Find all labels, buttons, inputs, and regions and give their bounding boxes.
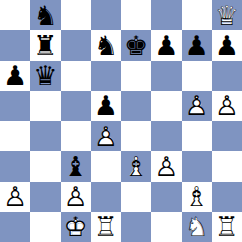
square-d2[interactable] [91, 182, 121, 212]
square-a7[interactable] [0, 30, 30, 60]
white-piece-outline-glyph: ♘ [182, 212, 212, 242]
chess-board: ♞♛♕♜♞♚♟♟♟♟♛♟♟♙♟♙♟♙♝♝♗♟♙♟♙♟♙♝♗♚♔♜♖♞♘♜♖ [0, 0, 242, 242]
square-a5[interactable] [0, 91, 30, 121]
square-c7[interactable] [61, 30, 91, 60]
piece-white-pawn[interactable]: ♟♙ [212, 91, 242, 121]
white-piece-outline-glyph: ♖ [91, 212, 121, 242]
square-e8[interactable] [121, 0, 151, 30]
black-piece-glyph: ♛ [30, 61, 60, 91]
square-b8[interactable]: ♞ [30, 0, 60, 30]
square-a4[interactable] [0, 121, 30, 151]
square-c4[interactable] [61, 121, 91, 151]
square-h6[interactable] [212, 61, 242, 91]
white-piece-outline-glyph: ♖ [212, 212, 242, 242]
square-f7[interactable]: ♟ [151, 30, 181, 60]
white-piece-outline-glyph: ♙ [0, 182, 30, 212]
black-piece-glyph: ♟ [91, 91, 121, 121]
piece-white-queen[interactable]: ♛♕ [212, 0, 242, 30]
piece-white-pawn[interactable]: ♟♙ [182, 91, 212, 121]
square-h5[interactable]: ♟♙ [212, 91, 242, 121]
white-piece-outline-glyph: ♙ [151, 151, 181, 181]
square-g4[interactable] [182, 121, 212, 151]
square-d3[interactable] [91, 151, 121, 181]
piece-white-rook[interactable]: ♜♖ [212, 212, 242, 242]
black-piece-glyph: ♚ [121, 30, 151, 60]
piece-black-king[interactable]: ♚ [121, 30, 151, 60]
square-g2[interactable]: ♝♗ [182, 182, 212, 212]
square-c5[interactable] [61, 91, 91, 121]
square-g8[interactable] [182, 0, 212, 30]
white-piece-outline-glyph: ♗ [121, 151, 151, 181]
square-d6[interactable] [91, 61, 121, 91]
square-c6[interactable] [61, 61, 91, 91]
piece-white-king[interactable]: ♚♔ [61, 212, 91, 242]
square-f8[interactable] [151, 0, 181, 30]
piece-white-pawn[interactable]: ♟♙ [91, 121, 121, 151]
square-d8[interactable] [91, 0, 121, 30]
piece-white-bishop[interactable]: ♝♗ [121, 151, 151, 181]
piece-black-queen[interactable]: ♛ [30, 61, 60, 91]
square-f1[interactable] [151, 212, 181, 242]
square-b1[interactable] [30, 212, 60, 242]
piece-black-knight[interactable]: ♞ [91, 30, 121, 60]
square-b7[interactable]: ♜ [30, 30, 60, 60]
white-piece-outline-glyph: ♔ [61, 212, 91, 242]
piece-white-pawn[interactable]: ♟♙ [61, 182, 91, 212]
square-h1[interactable]: ♜♖ [212, 212, 242, 242]
square-c8[interactable] [61, 0, 91, 30]
square-a3[interactable] [0, 151, 30, 181]
black-piece-glyph: ♟ [182, 30, 212, 60]
square-d4[interactable]: ♟♙ [91, 121, 121, 151]
piece-black-pawn[interactable]: ♟ [212, 30, 242, 60]
piece-black-pawn[interactable]: ♟ [91, 91, 121, 121]
square-d5[interactable]: ♟ [91, 91, 121, 121]
square-g1[interactable]: ♞♘ [182, 212, 212, 242]
black-piece-glyph: ♞ [30, 0, 60, 30]
square-c1[interactable]: ♚♔ [61, 212, 91, 242]
piece-white-pawn[interactable]: ♟♙ [0, 182, 30, 212]
white-piece-outline-glyph: ♕ [212, 0, 242, 30]
white-piece-outline-glyph: ♙ [91, 121, 121, 151]
square-g3[interactable] [182, 151, 212, 181]
square-d7[interactable]: ♞ [91, 30, 121, 60]
white-piece-outline-glyph: ♙ [61, 182, 91, 212]
square-e5[interactable] [121, 91, 151, 121]
white-piece-outline-glyph: ♗ [182, 182, 212, 212]
piece-black-knight[interactable]: ♞ [30, 0, 60, 30]
square-f4[interactable] [151, 121, 181, 151]
square-e6[interactable] [121, 61, 151, 91]
square-f2[interactable] [151, 182, 181, 212]
square-g6[interactable] [182, 61, 212, 91]
square-h7[interactable]: ♟ [212, 30, 242, 60]
square-e1[interactable] [121, 212, 151, 242]
square-g7[interactable]: ♟ [182, 30, 212, 60]
square-b6[interactable]: ♛ [30, 61, 60, 91]
square-e4[interactable] [121, 121, 151, 151]
black-piece-glyph: ♞ [91, 30, 121, 60]
piece-black-rook[interactable]: ♜ [30, 30, 60, 60]
square-h8[interactable]: ♛♕ [212, 0, 242, 30]
black-piece-glyph: ♟ [0, 61, 30, 91]
piece-white-pawn[interactable]: ♟♙ [151, 151, 181, 181]
square-a2[interactable]: ♟♙ [0, 182, 30, 212]
square-b2[interactable] [30, 182, 60, 212]
black-piece-glyph: ♟ [151, 30, 181, 60]
piece-black-pawn[interactable]: ♟ [151, 30, 181, 60]
piece-white-knight[interactable]: ♞♘ [182, 212, 212, 242]
square-f3[interactable]: ♟♙ [151, 151, 181, 181]
white-piece-outline-glyph: ♙ [212, 91, 242, 121]
square-b4[interactable] [30, 121, 60, 151]
square-f6[interactable] [151, 61, 181, 91]
square-d1[interactable]: ♜♖ [91, 212, 121, 242]
square-a1[interactable] [0, 212, 30, 242]
square-f5[interactable] [151, 91, 181, 121]
square-h3[interactable] [212, 151, 242, 181]
square-c2[interactable]: ♟♙ [61, 182, 91, 212]
square-a6[interactable]: ♟ [0, 61, 30, 91]
square-g5[interactable]: ♟♙ [182, 91, 212, 121]
piece-white-bishop[interactable]: ♝♗ [182, 182, 212, 212]
square-c3[interactable]: ♝ [61, 151, 91, 181]
piece-black-pawn[interactable]: ♟ [182, 30, 212, 60]
square-b3[interactable] [30, 151, 60, 181]
square-a8[interactable] [0, 0, 30, 30]
piece-white-rook[interactable]: ♜♖ [91, 212, 121, 242]
white-piece-outline-glyph: ♙ [182, 91, 212, 121]
square-h4[interactable] [212, 121, 242, 151]
square-e3[interactable]: ♝♗ [121, 151, 151, 181]
piece-black-pawn[interactable]: ♟ [0, 61, 30, 91]
black-piece-glyph: ♜ [30, 30, 60, 60]
black-piece-glyph: ♝ [61, 151, 91, 181]
black-piece-glyph: ♟ [212, 30, 242, 60]
piece-black-bishop[interactable]: ♝ [61, 151, 91, 181]
square-h2[interactable] [212, 182, 242, 212]
square-b5[interactable] [30, 91, 60, 121]
square-e2[interactable] [121, 182, 151, 212]
square-e7[interactable]: ♚ [121, 30, 151, 60]
